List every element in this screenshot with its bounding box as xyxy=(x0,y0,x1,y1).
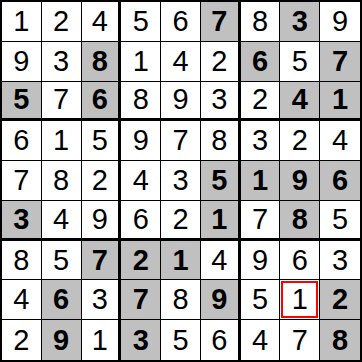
cell-r9c2[interactable]: 9 xyxy=(42,320,82,360)
cell-r8c9[interactable]: 2 xyxy=(320,280,360,320)
cell-r6c1[interactable]: 3 xyxy=(2,201,42,241)
cell-r7c7[interactable]: 9 xyxy=(241,241,281,281)
cell-r3c8[interactable]: 4 xyxy=(280,82,320,122)
cell-r5c5[interactable]: 3 xyxy=(161,161,201,201)
cell-r5c8[interactable]: 9 xyxy=(280,161,320,201)
cell-r4c9[interactable]: 4 xyxy=(320,121,360,161)
cell-r8c6[interactable]: 9 xyxy=(201,280,241,320)
cell-r8c3[interactable]: 3 xyxy=(82,280,122,320)
cell-r5c7[interactable]: 1 xyxy=(241,161,281,201)
cell-r8c2[interactable]: 6 xyxy=(42,280,82,320)
cell-r7c1[interactable]: 8 xyxy=(2,241,42,281)
cell-r3c6[interactable]: 3 xyxy=(201,82,241,122)
cell-r9c3[interactable]: 1 xyxy=(82,320,122,360)
cell-r3c7[interactable]: 2 xyxy=(241,82,281,122)
cell-r4c7[interactable]: 3 xyxy=(241,121,281,161)
cell-r2c8[interactable]: 5 xyxy=(280,42,320,82)
cell-r7c6[interactable]: 4 xyxy=(201,241,241,281)
cell-r1c8[interactable]: 3 xyxy=(280,2,320,42)
cell-r5c3[interactable]: 2 xyxy=(82,161,122,201)
cell-r7c5[interactable]: 1 xyxy=(161,241,201,281)
sudoku-board: 1245678399381426575768932416159783247824… xyxy=(0,0,362,362)
cell-r4c5[interactable]: 7 xyxy=(161,121,201,161)
cell-r1c2[interactable]: 2 xyxy=(42,2,82,42)
cell-r1c1[interactable]: 1 xyxy=(2,2,42,42)
cell-r9c8[interactable]: 7 xyxy=(280,320,320,360)
cell-r9c5[interactable]: 5 xyxy=(161,320,201,360)
cell-r8c1[interactable]: 4 xyxy=(2,280,42,320)
cell-r4c8[interactable]: 2 xyxy=(280,121,320,161)
cell-r9c9[interactable]: 8 xyxy=(320,320,360,360)
cell-r6c5[interactable]: 2 xyxy=(161,201,201,241)
cell-r4c2[interactable]: 1 xyxy=(42,121,82,161)
cell-r7c4[interactable]: 2 xyxy=(121,241,161,281)
cell-r1c4[interactable]: 5 xyxy=(121,2,161,42)
cell-r9c6[interactable]: 6 xyxy=(201,320,241,360)
cell-r3c3[interactable]: 6 xyxy=(82,82,122,122)
cell-r7c8[interactable]: 6 xyxy=(280,241,320,281)
cell-r9c1[interactable]: 2 xyxy=(2,320,42,360)
cell-r3c9[interactable]: 1 xyxy=(320,82,360,122)
cell-r4c1[interactable]: 6 xyxy=(2,121,42,161)
cell-r6c7[interactable]: 7 xyxy=(241,201,281,241)
cell-r7c2[interactable]: 5 xyxy=(42,241,82,281)
cell-r6c3[interactable]: 9 xyxy=(82,201,122,241)
cell-r1c3[interactable]: 4 xyxy=(82,2,122,42)
cell-r2c5[interactable]: 4 xyxy=(161,42,201,82)
cell-r3c4[interactable]: 8 xyxy=(121,82,161,122)
cell-r2c3[interactable]: 8 xyxy=(82,42,122,82)
cell-r1c9[interactable]: 9 xyxy=(320,2,360,42)
cell-r5c4[interactable]: 4 xyxy=(121,161,161,201)
cell-r2c1[interactable]: 9 xyxy=(2,42,42,82)
cell-r2c7[interactable]: 6 xyxy=(241,42,281,82)
cell-r3c2[interactable]: 7 xyxy=(42,82,82,122)
cell-r9c7[interactable]: 4 xyxy=(241,320,281,360)
cell-r5c9[interactable]: 6 xyxy=(320,161,360,201)
cell-r3c1[interactable]: 5 xyxy=(2,82,42,122)
cell-r2c4[interactable]: 1 xyxy=(121,42,161,82)
cell-r1c5[interactable]: 6 xyxy=(161,2,201,42)
cell-r8c8[interactable]: 1 xyxy=(280,280,320,320)
cell-r5c6[interactable]: 5 xyxy=(201,161,241,201)
cell-r1c6[interactable]: 7 xyxy=(201,2,241,42)
cell-r6c4[interactable]: 6 xyxy=(121,201,161,241)
cell-r8c7[interactable]: 5 xyxy=(241,280,281,320)
cell-r6c6[interactable]: 1 xyxy=(201,201,241,241)
cell-r8c4[interactable]: 7 xyxy=(121,280,161,320)
cell-r2c9[interactable]: 7 xyxy=(320,42,360,82)
cell-r6c8[interactable]: 8 xyxy=(280,201,320,241)
cell-r6c9[interactable]: 5 xyxy=(320,201,360,241)
cell-r7c3[interactable]: 7 xyxy=(82,241,122,281)
cell-r6c2[interactable]: 4 xyxy=(42,201,82,241)
cell-r5c1[interactable]: 7 xyxy=(2,161,42,201)
cell-r5c2[interactable]: 8 xyxy=(42,161,82,201)
cell-r4c4[interactable]: 9 xyxy=(121,121,161,161)
cell-r8c5[interactable]: 8 xyxy=(161,280,201,320)
cell-r7c9[interactable]: 3 xyxy=(320,241,360,281)
cell-r1c7[interactable]: 8 xyxy=(241,2,281,42)
cell-r4c3[interactable]: 5 xyxy=(82,121,122,161)
cell-r4c6[interactable]: 8 xyxy=(201,121,241,161)
cell-r3c5[interactable]: 9 xyxy=(161,82,201,122)
cell-r2c2[interactable]: 3 xyxy=(42,42,82,82)
cell-r9c4[interactable]: 3 xyxy=(121,320,161,360)
cell-r2c6[interactable]: 2 xyxy=(201,42,241,82)
